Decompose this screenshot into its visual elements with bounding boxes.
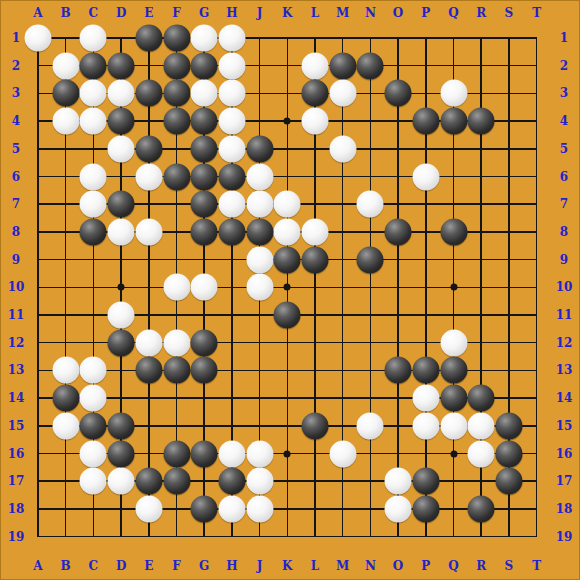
grid-line-vertical bbox=[370, 37, 372, 537]
column-label-bottom: E bbox=[144, 560, 153, 572]
column-label-top: A bbox=[33, 7, 42, 19]
stone-white bbox=[412, 385, 439, 412]
stone-white bbox=[329, 135, 356, 162]
stone-white bbox=[52, 412, 79, 439]
stone-white bbox=[80, 80, 107, 107]
stone-black bbox=[52, 385, 79, 412]
grid-line-vertical bbox=[536, 37, 538, 537]
row-label-right: 12 bbox=[556, 337, 573, 349]
column-label-top: R bbox=[476, 7, 486, 19]
column-label-top: S bbox=[505, 7, 514, 19]
stone-black bbox=[108, 440, 135, 467]
stone-white bbox=[108, 80, 135, 107]
column-label-top: B bbox=[61, 7, 71, 19]
stone-black bbox=[191, 135, 218, 162]
stone-white bbox=[246, 468, 273, 495]
row-label-right: 14 bbox=[556, 392, 573, 404]
stone-black bbox=[495, 412, 522, 439]
stone-black bbox=[246, 135, 273, 162]
row-label-right: 7 bbox=[560, 198, 568, 210]
stone-black bbox=[80, 218, 107, 245]
star-point bbox=[450, 284, 457, 291]
stone-white bbox=[385, 468, 412, 495]
stone-black bbox=[80, 412, 107, 439]
star-point bbox=[284, 450, 291, 457]
row-label-right: 18 bbox=[556, 503, 573, 515]
stone-black bbox=[246, 218, 273, 245]
stone-black bbox=[495, 468, 522, 495]
stone-white bbox=[135, 329, 162, 356]
stone-black bbox=[191, 52, 218, 79]
column-label-top: D bbox=[116, 7, 126, 19]
column-label-bottom: C bbox=[89, 560, 99, 572]
stone-white bbox=[80, 25, 107, 52]
row-label-left: 12 bbox=[8, 337, 25, 349]
stone-black bbox=[108, 329, 135, 356]
star-point bbox=[284, 284, 291, 291]
star-point bbox=[284, 118, 291, 125]
row-label-left: 4 bbox=[12, 115, 20, 127]
row-label-left: 17 bbox=[8, 475, 25, 487]
row-label-left: 14 bbox=[8, 392, 25, 404]
grid-line-horizontal bbox=[37, 508, 537, 510]
stone-black bbox=[191, 329, 218, 356]
row-label-right: 17 bbox=[556, 475, 573, 487]
column-label-bottom: A bbox=[33, 560, 42, 572]
stone-black bbox=[163, 52, 190, 79]
column-label-top: N bbox=[365, 7, 376, 19]
column-label-top: C bbox=[89, 7, 99, 19]
stone-white bbox=[191, 80, 218, 107]
stone-white bbox=[25, 25, 52, 52]
stone-black bbox=[163, 440, 190, 467]
row-label-left: 9 bbox=[12, 254, 20, 266]
stone-black bbox=[163, 163, 190, 190]
stone-white bbox=[329, 80, 356, 107]
column-label-top: H bbox=[226, 7, 237, 19]
stone-black bbox=[412, 357, 439, 384]
stone-black bbox=[135, 468, 162, 495]
stone-black bbox=[440, 218, 467, 245]
stone-white bbox=[468, 440, 495, 467]
stone-white bbox=[218, 80, 245, 107]
stone-white bbox=[329, 440, 356, 467]
stone-white bbox=[218, 495, 245, 522]
stone-white bbox=[412, 163, 439, 190]
stone-white bbox=[80, 163, 107, 190]
stone-white bbox=[357, 191, 384, 218]
stone-black bbox=[191, 191, 218, 218]
stone-white bbox=[52, 357, 79, 384]
row-label-right: 10 bbox=[556, 281, 573, 293]
stone-black bbox=[163, 25, 190, 52]
column-label-bottom: T bbox=[532, 560, 541, 572]
stone-black bbox=[108, 108, 135, 135]
column-label-bottom: O bbox=[393, 560, 403, 572]
stone-white bbox=[80, 385, 107, 412]
go-board[interactable]: AABBCCDDEEFFGGHHJJKKLLMMNNOOPPQQRRSSTT11… bbox=[0, 0, 580, 580]
column-label-bottom: F bbox=[172, 560, 181, 572]
stone-white bbox=[218, 440, 245, 467]
column-label-top: P bbox=[421, 7, 430, 19]
stone-black bbox=[218, 218, 245, 245]
stone-white bbox=[191, 274, 218, 301]
stone-black bbox=[135, 357, 162, 384]
stone-black bbox=[191, 218, 218, 245]
stone-white bbox=[412, 412, 439, 439]
stone-black bbox=[108, 412, 135, 439]
stone-black bbox=[218, 163, 245, 190]
stone-black bbox=[108, 191, 135, 218]
column-label-bottom: M bbox=[336, 560, 349, 572]
stone-black bbox=[191, 108, 218, 135]
stone-black bbox=[495, 440, 522, 467]
stone-black bbox=[191, 357, 218, 384]
row-label-left: 18 bbox=[8, 503, 25, 515]
stone-black bbox=[163, 468, 190, 495]
stone-white bbox=[246, 163, 273, 190]
stone-white bbox=[440, 412, 467, 439]
stone-white bbox=[80, 468, 107, 495]
column-label-bottom: Q bbox=[448, 560, 458, 572]
stone-black bbox=[274, 302, 301, 329]
row-label-right: 5 bbox=[560, 143, 568, 155]
stone-black bbox=[108, 52, 135, 79]
stone-white bbox=[218, 108, 245, 135]
row-label-left: 13 bbox=[8, 364, 25, 376]
stone-black bbox=[468, 495, 495, 522]
row-label-right: 2 bbox=[560, 60, 568, 72]
row-label-left: 8 bbox=[12, 226, 20, 238]
stone-white bbox=[246, 274, 273, 301]
column-label-bottom: S bbox=[505, 560, 514, 572]
stone-black bbox=[163, 108, 190, 135]
stone-white bbox=[218, 25, 245, 52]
row-label-right: 1 bbox=[560, 32, 568, 44]
star-point bbox=[450, 450, 457, 457]
row-label-left: 19 bbox=[8, 531, 25, 543]
grid-line-vertical bbox=[397, 37, 399, 537]
row-label-right: 15 bbox=[556, 420, 573, 432]
row-label-left: 16 bbox=[8, 448, 25, 460]
stone-black bbox=[357, 246, 384, 273]
stone-white bbox=[135, 163, 162, 190]
stone-black bbox=[468, 108, 495, 135]
column-label-bottom: H bbox=[226, 560, 237, 572]
stone-black bbox=[302, 80, 329, 107]
stone-white bbox=[302, 52, 329, 79]
row-label-right: 3 bbox=[560, 87, 568, 99]
stone-white bbox=[163, 329, 190, 356]
stone-white bbox=[218, 191, 245, 218]
star-point bbox=[118, 284, 125, 291]
row-label-left: 10 bbox=[8, 281, 25, 293]
stone-black bbox=[468, 385, 495, 412]
row-label-left: 6 bbox=[12, 171, 20, 183]
stone-black bbox=[191, 440, 218, 467]
stone-white bbox=[80, 440, 107, 467]
stone-black bbox=[329, 52, 356, 79]
stone-white bbox=[108, 135, 135, 162]
grid-line-horizontal bbox=[37, 536, 537, 538]
stone-black bbox=[274, 246, 301, 273]
stone-white bbox=[246, 246, 273, 273]
stone-black bbox=[357, 52, 384, 79]
stone-black bbox=[135, 135, 162, 162]
row-label-right: 16 bbox=[556, 448, 573, 460]
stone-black bbox=[80, 52, 107, 79]
row-label-right: 19 bbox=[556, 531, 573, 543]
stone-white bbox=[218, 135, 245, 162]
stone-black bbox=[52, 80, 79, 107]
stone-white bbox=[302, 218, 329, 245]
stone-black bbox=[385, 357, 412, 384]
row-label-right: 11 bbox=[556, 309, 573, 321]
stone-black bbox=[385, 218, 412, 245]
stone-white bbox=[80, 191, 107, 218]
row-label-right: 4 bbox=[560, 115, 568, 127]
row-label-left: 5 bbox=[12, 143, 20, 155]
column-label-bottom: B bbox=[61, 560, 71, 572]
stone-black bbox=[163, 357, 190, 384]
stone-white bbox=[246, 495, 273, 522]
column-label-top: J bbox=[257, 7, 263, 19]
stone-white bbox=[191, 25, 218, 52]
column-label-top: G bbox=[199, 7, 209, 19]
row-label-left: 3 bbox=[12, 87, 20, 99]
stone-black bbox=[302, 412, 329, 439]
stone-white bbox=[52, 108, 79, 135]
row-label-left: 15 bbox=[8, 420, 25, 432]
column-label-top: Q bbox=[448, 7, 458, 19]
stone-white bbox=[274, 218, 301, 245]
column-label-bottom: N bbox=[365, 560, 376, 572]
stone-black bbox=[440, 385, 467, 412]
row-label-left: 1 bbox=[12, 32, 20, 44]
column-label-bottom: D bbox=[116, 560, 126, 572]
row-label-left: 7 bbox=[12, 198, 20, 210]
column-label-top: M bbox=[336, 7, 349, 19]
stone-white bbox=[218, 52, 245, 79]
row-label-right: 13 bbox=[556, 364, 573, 376]
stone-white bbox=[108, 302, 135, 329]
stone-black bbox=[135, 80, 162, 107]
column-label-top: K bbox=[282, 7, 292, 19]
column-label-bottom: J bbox=[257, 560, 263, 572]
row-label-right: 9 bbox=[560, 254, 568, 266]
stone-white bbox=[108, 468, 135, 495]
column-label-top: O bbox=[393, 7, 403, 19]
row-label-left: 2 bbox=[12, 60, 20, 72]
stone-black bbox=[218, 468, 245, 495]
row-label-right: 6 bbox=[560, 171, 568, 183]
column-label-top: F bbox=[172, 7, 181, 19]
stone-white bbox=[135, 495, 162, 522]
stone-white bbox=[108, 218, 135, 245]
column-label-top: T bbox=[532, 7, 541, 19]
column-label-bottom: L bbox=[311, 560, 319, 572]
row-label-right: 8 bbox=[560, 226, 568, 238]
column-label-top: E bbox=[144, 7, 153, 19]
stone-black bbox=[163, 80, 190, 107]
column-label-top: L bbox=[311, 7, 319, 19]
stone-white bbox=[468, 412, 495, 439]
stone-black bbox=[412, 468, 439, 495]
column-label-bottom: R bbox=[476, 560, 486, 572]
column-label-bottom: G bbox=[199, 560, 209, 572]
row-label-left: 11 bbox=[8, 309, 25, 321]
stone-white bbox=[246, 440, 273, 467]
stone-white bbox=[274, 191, 301, 218]
stone-white bbox=[357, 412, 384, 439]
stone-black bbox=[135, 25, 162, 52]
stone-black bbox=[412, 495, 439, 522]
stone-white bbox=[440, 329, 467, 356]
stone-black bbox=[440, 108, 467, 135]
stone-white bbox=[52, 52, 79, 79]
column-label-bottom: K bbox=[282, 560, 292, 572]
stone-black bbox=[191, 495, 218, 522]
stone-white bbox=[135, 218, 162, 245]
stone-black bbox=[412, 108, 439, 135]
column-label-bottom: P bbox=[421, 560, 430, 572]
stone-white bbox=[80, 108, 107, 135]
stone-black bbox=[440, 357, 467, 384]
stone-white bbox=[163, 274, 190, 301]
stone-black bbox=[385, 80, 412, 107]
stone-black bbox=[302, 246, 329, 273]
stone-white bbox=[302, 108, 329, 135]
stone-white bbox=[80, 357, 107, 384]
stone-white bbox=[246, 191, 273, 218]
stone-black bbox=[191, 163, 218, 190]
stone-white bbox=[440, 80, 467, 107]
stone-white bbox=[385, 495, 412, 522]
